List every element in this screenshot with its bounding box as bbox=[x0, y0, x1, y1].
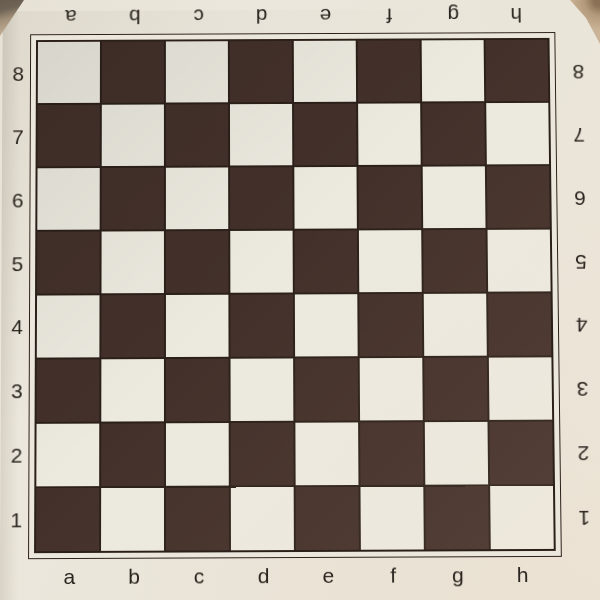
file-top-label-d: d bbox=[230, 4, 294, 27]
square-e3[interactable] bbox=[295, 358, 358, 421]
square-b8[interactable] bbox=[102, 41, 164, 102]
square-f8[interactable] bbox=[358, 40, 420, 101]
board-inner-frame bbox=[34, 38, 556, 553]
file-bottom-label-c: c bbox=[166, 564, 231, 588]
rank-labels-left: 87654321 bbox=[4, 43, 30, 552]
square-a2[interactable] bbox=[36, 424, 99, 487]
square-a1[interactable] bbox=[36, 488, 99, 551]
rank-left-label-7: 7 bbox=[6, 126, 30, 149]
file-bottom-label-b: b bbox=[102, 565, 167, 589]
square-d2[interactable] bbox=[231, 423, 294, 486]
square-d7[interactable] bbox=[230, 104, 292, 166]
square-d1[interactable] bbox=[231, 487, 294, 550]
rank-left-label-4: 4 bbox=[5, 316, 29, 340]
file-top-label-c: c bbox=[166, 4, 230, 27]
square-c3[interactable] bbox=[166, 359, 229, 422]
file-top-label-g: g bbox=[421, 3, 485, 26]
file-bottom-label-e: e bbox=[296, 564, 361, 588]
file-bottom-label-a: a bbox=[37, 565, 102, 589]
square-d4[interactable] bbox=[230, 294, 293, 356]
square-h7[interactable] bbox=[486, 103, 549, 165]
file-top-label-h: h bbox=[484, 3, 548, 26]
square-d5[interactable] bbox=[230, 231, 293, 293]
rank-left-label-6: 6 bbox=[6, 189, 30, 213]
square-g7[interactable] bbox=[422, 103, 485, 165]
square-f3[interactable] bbox=[360, 358, 423, 421]
square-f2[interactable] bbox=[360, 422, 423, 485]
square-a5[interactable] bbox=[37, 232, 100, 294]
square-h6[interactable] bbox=[487, 166, 550, 228]
square-b4[interactable] bbox=[101, 295, 164, 357]
square-a7[interactable] bbox=[38, 105, 100, 167]
square-f7[interactable] bbox=[358, 103, 421, 165]
vinyl-mat-wrapper: abcdefgh 87654321 87654321 abcdefgh bbox=[0, 9, 600, 600]
square-g8[interactable] bbox=[422, 40, 485, 101]
square-g6[interactable] bbox=[423, 166, 486, 228]
file-top-label-b: b bbox=[103, 5, 167, 28]
file-top-label-a: a bbox=[39, 5, 103, 28]
square-g3[interactable] bbox=[424, 358, 487, 421]
rank-left-label-3: 3 bbox=[5, 379, 29, 403]
square-f4[interactable] bbox=[359, 294, 422, 356]
square-c8[interactable] bbox=[166, 41, 228, 102]
square-b1[interactable] bbox=[101, 488, 164, 551]
square-g2[interactable] bbox=[425, 422, 488, 485]
rank-right-label-4: 4 bbox=[570, 313, 594, 337]
rank-left-label-5: 5 bbox=[5, 252, 29, 276]
board-photo: abcdefgh 87654321 87654321 abcdefgh bbox=[0, 0, 600, 600]
rank-right-label-2: 2 bbox=[571, 441, 595, 465]
square-h4[interactable] bbox=[488, 293, 551, 355]
rank-right-label-1: 1 bbox=[572, 505, 596, 529]
rank-right-label-8: 8 bbox=[566, 60, 590, 83]
square-h1[interactable] bbox=[490, 486, 554, 549]
square-g1[interactable] bbox=[425, 486, 488, 549]
square-c4[interactable] bbox=[166, 295, 229, 357]
file-top-label-e: e bbox=[294, 4, 358, 27]
square-e1[interactable] bbox=[296, 487, 359, 550]
square-b3[interactable] bbox=[101, 359, 164, 422]
square-c7[interactable] bbox=[166, 104, 228, 166]
rank-left-label-1: 1 bbox=[4, 508, 28, 532]
square-e7[interactable] bbox=[294, 104, 356, 166]
square-h3[interactable] bbox=[489, 357, 552, 420]
square-f6[interactable] bbox=[358, 167, 421, 229]
rank-right-label-3: 3 bbox=[571, 377, 595, 401]
file-labels-top: abcdefgh bbox=[39, 3, 548, 28]
square-a6[interactable] bbox=[37, 168, 99, 230]
rank-right-label-6: 6 bbox=[568, 186, 592, 210]
square-e2[interactable] bbox=[295, 422, 358, 485]
square-a8[interactable] bbox=[38, 42, 100, 103]
square-d8[interactable] bbox=[230, 41, 292, 102]
square-h8[interactable] bbox=[486, 40, 549, 101]
chess-board bbox=[28, 32, 562, 559]
square-c1[interactable] bbox=[166, 488, 229, 551]
square-f1[interactable] bbox=[360, 487, 423, 550]
square-f5[interactable] bbox=[359, 230, 422, 292]
rank-right-label-7: 7 bbox=[567, 123, 591, 146]
square-c5[interactable] bbox=[166, 231, 228, 293]
file-bottom-label-g: g bbox=[425, 563, 490, 587]
square-g4[interactable] bbox=[424, 294, 487, 356]
file-bottom-label-f: f bbox=[361, 563, 426, 587]
rank-right-label-5: 5 bbox=[569, 250, 593, 274]
square-e8[interactable] bbox=[294, 41, 356, 102]
square-c2[interactable] bbox=[166, 423, 229, 486]
square-b5[interactable] bbox=[101, 231, 163, 293]
square-c6[interactable] bbox=[166, 167, 228, 229]
file-bottom-label-d: d bbox=[231, 564, 296, 588]
square-e5[interactable] bbox=[295, 230, 358, 292]
square-h5[interactable] bbox=[488, 230, 551, 292]
rank-left-label-8: 8 bbox=[6, 63, 30, 86]
square-d6[interactable] bbox=[230, 167, 292, 229]
rank-left-label-2: 2 bbox=[4, 444, 28, 468]
square-e4[interactable] bbox=[295, 294, 358, 356]
square-a4[interactable] bbox=[37, 295, 100, 357]
square-a3[interactable] bbox=[37, 359, 100, 422]
square-b6[interactable] bbox=[102, 168, 164, 230]
square-d3[interactable] bbox=[231, 358, 294, 421]
square-h2[interactable] bbox=[489, 422, 552, 485]
square-e6[interactable] bbox=[294, 167, 357, 229]
board-grid bbox=[36, 40, 554, 551]
square-b7[interactable] bbox=[102, 104, 164, 166]
square-g5[interactable] bbox=[423, 230, 486, 292]
file-bottom-label-h: h bbox=[490, 563, 555, 587]
square-b2[interactable] bbox=[101, 423, 164, 486]
file-labels-bottom: abcdefgh bbox=[37, 563, 555, 589]
file-top-label-f: f bbox=[357, 4, 421, 27]
